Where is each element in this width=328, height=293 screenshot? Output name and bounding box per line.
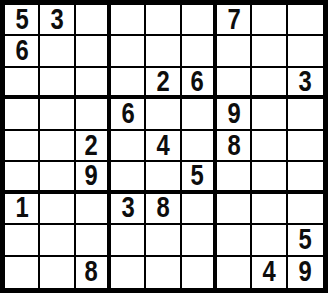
given-digit: 1: [15, 194, 28, 224]
cell-r9c2[interactable]: [40, 257, 75, 288]
cell-r6c9[interactable]: [288, 162, 323, 193]
given-digit: 6: [191, 68, 204, 97]
cell-r9c8[interactable]: 4: [252, 257, 287, 288]
cell-r4c6[interactable]: [182, 99, 217, 130]
cell-r4c9[interactable]: [288, 99, 323, 130]
cell-r4c2[interactable]: [40, 99, 75, 130]
given-digit: 8: [156, 194, 169, 224]
cell-r4c3[interactable]: [76, 99, 111, 130]
cell-r6c7[interactable]: [217, 162, 252, 193]
cell-r8c5[interactable]: [146, 225, 181, 256]
given-digit: 6: [121, 99, 134, 129]
cell-r9c5[interactable]: [146, 257, 181, 288]
given-digit: 3: [299, 68, 312, 97]
cell-r6c2[interactable]: [40, 162, 75, 193]
cell-r4c7[interactable]: 9: [217, 99, 252, 130]
cell-r3c3[interactable]: [76, 68, 111, 99]
sudoku-board: 537626369248951385849: [0, 0, 328, 293]
cell-r2c3[interactable]: [76, 36, 111, 67]
cell-r8c4[interactable]: [111, 225, 146, 256]
given-digit: 9: [299, 257, 312, 287]
cell-r9c4[interactable]: [111, 257, 146, 288]
cell-r8c7[interactable]: [217, 225, 252, 256]
given-digit: 8: [227, 131, 240, 161]
given-digit: 6: [15, 36, 28, 66]
cell-r3c5[interactable]: 2: [146, 68, 181, 99]
cell-r3c7[interactable]: [217, 68, 252, 99]
cell-r3c2[interactable]: [40, 68, 75, 99]
cell-r6c1[interactable]: [5, 162, 40, 193]
cell-r9c6[interactable]: [182, 257, 217, 288]
cell-r5c6[interactable]: [182, 131, 217, 162]
cell-r7c1[interactable]: 1: [5, 194, 40, 225]
cell-r1c5[interactable]: [146, 5, 181, 36]
cell-r5c9[interactable]: [288, 131, 323, 162]
cell-r1c1[interactable]: 5: [5, 5, 40, 36]
cell-r1c6[interactable]: [182, 5, 217, 36]
given-digit: 4: [262, 257, 275, 287]
cell-r8c9[interactable]: 5: [288, 225, 323, 256]
cell-r5c1[interactable]: [5, 131, 40, 162]
cell-r5c3[interactable]: 2: [76, 131, 111, 162]
cell-r6c4[interactable]: [111, 162, 146, 193]
given-digit: 4: [156, 131, 169, 161]
cell-r2c2[interactable]: [40, 36, 75, 67]
cell-r7c9[interactable]: [288, 194, 323, 225]
given-digit: 2: [85, 131, 98, 161]
cell-r7c7[interactable]: [217, 194, 252, 225]
cell-r6c5[interactable]: [146, 162, 181, 193]
cell-r5c8[interactable]: [252, 131, 287, 162]
cell-r7c4[interactable]: 3: [111, 194, 146, 225]
cell-r3c8[interactable]: [252, 68, 287, 99]
cell-r9c9[interactable]: 9: [288, 257, 323, 288]
cell-r8c3[interactable]: [76, 225, 111, 256]
cell-r7c6[interactable]: [182, 194, 217, 225]
cell-r5c2[interactable]: [40, 131, 75, 162]
given-digit: 3: [121, 194, 134, 224]
cell-r8c6[interactable]: [182, 225, 217, 256]
cell-r5c7[interactable]: 8: [217, 131, 252, 162]
cell-r5c4[interactable]: [111, 131, 146, 162]
cell-r3c1[interactable]: [5, 68, 40, 99]
cell-r1c7[interactable]: 7: [217, 5, 252, 36]
cell-r2c8[interactable]: [252, 36, 287, 67]
cell-r4c1[interactable]: [5, 99, 40, 130]
given-digit: 5: [299, 225, 312, 255]
cell-r2c6[interactable]: [182, 36, 217, 67]
given-digit: 7: [227, 5, 240, 35]
cell-r1c9[interactable]: [288, 5, 323, 36]
cell-r8c8[interactable]: [252, 225, 287, 256]
cell-r9c3[interactable]: 8: [76, 257, 111, 288]
cell-r1c3[interactable]: [76, 5, 111, 36]
cell-r9c7[interactable]: [217, 257, 252, 288]
cell-r3c9[interactable]: 3: [288, 68, 323, 99]
cell-r9c1[interactable]: [5, 257, 40, 288]
cell-r2c1[interactable]: 6: [5, 36, 40, 67]
cell-r8c1[interactable]: [5, 225, 40, 256]
cell-r6c8[interactable]: [252, 162, 287, 193]
cell-r4c4[interactable]: 6: [111, 99, 146, 130]
cell-r6c3[interactable]: 9: [76, 162, 111, 193]
cell-r2c7[interactable]: [217, 36, 252, 67]
given-digit: 9: [227, 99, 240, 129]
cell-r2c9[interactable]: [288, 36, 323, 67]
cell-r1c4[interactable]: [111, 5, 146, 36]
cell-r7c3[interactable]: [76, 194, 111, 225]
cell-r5c5[interactable]: 4: [146, 131, 181, 162]
cell-r3c6[interactable]: 6: [182, 68, 217, 99]
cell-r1c2[interactable]: 3: [40, 5, 75, 36]
sudoku-page: 537626369248951385849: [0, 0, 328, 293]
cell-r8c2[interactable]: [40, 225, 75, 256]
given-digit: 3: [50, 5, 63, 35]
cell-r7c8[interactable]: [252, 194, 287, 225]
given-digit: 8: [85, 257, 98, 287]
cell-r6c6[interactable]: 5: [182, 162, 217, 193]
cell-r3c4[interactable]: [111, 68, 146, 99]
cell-r2c4[interactable]: [111, 36, 146, 67]
given-digit: 5: [191, 162, 204, 191]
given-digit: 2: [156, 68, 169, 97]
cell-r1c8[interactable]: [252, 5, 287, 36]
given-digit: 5: [15, 5, 28, 35]
given-digit: 9: [85, 162, 98, 191]
cell-r2c5[interactable]: [146, 36, 181, 67]
cell-r4c8[interactable]: [252, 99, 287, 130]
cell-r7c5[interactable]: 8: [146, 194, 181, 225]
cell-r7c2[interactable]: [40, 194, 75, 225]
cell-r4c5[interactable]: [146, 99, 181, 130]
